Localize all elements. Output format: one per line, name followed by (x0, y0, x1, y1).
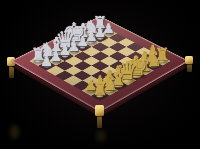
board-foot-front (97, 114, 102, 128)
chess-set-photo: ♜♞♝♛♚♝♞♜♟♟♟♟♟♟♟♟♟♟♟♟♟♟♟♟♜♞♝♛♚♝♞♜ (0, 0, 200, 149)
foot-reflection (10, 125, 19, 139)
foot-reflection (96, 130, 106, 142)
piece-silver-pawn-a7: ♟ (40, 54, 53, 68)
corner-fitting-front (95, 105, 104, 116)
piece-gold-rook-a1: ♜ (92, 80, 108, 98)
corner-fitting-right (185, 56, 193, 64)
